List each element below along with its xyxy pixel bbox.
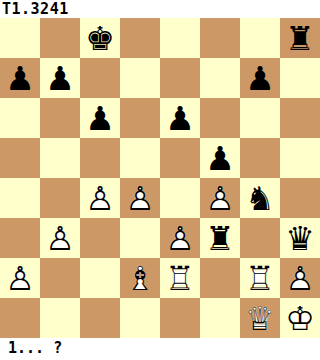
square-h7[interactable]: [280, 58, 320, 98]
square-g6[interactable]: [240, 98, 280, 138]
square-a1[interactable]: [0, 298, 40, 338]
chess-puzzle-app: T1.3241 ♚♜♟♟♟♟♟♟♟♙♟♙♟♙♞♟♙♟♙♜♛♟♙♝♗♜♖♜♖♟♙♛…: [0, 0, 320, 360]
square-d4[interactable]: ♟♙: [120, 178, 160, 218]
square-a3[interactable]: [0, 218, 40, 258]
square-d3[interactable]: [120, 218, 160, 258]
square-f5[interactable]: ♟: [200, 138, 240, 178]
piece-white-pawn: ♙: [80, 178, 120, 218]
piece-white-queen: ♕: [240, 298, 280, 338]
piece-white-king-fill: ♚: [280, 298, 320, 338]
square-h2[interactable]: ♟♙: [280, 258, 320, 298]
square-b8[interactable]: [40, 18, 80, 58]
square-a5[interactable]: [0, 138, 40, 178]
piece-white-pawn-fill: ♟: [0, 258, 40, 298]
piece-white-pawn-fill: ♟: [200, 178, 240, 218]
square-f7[interactable]: [200, 58, 240, 98]
square-c5[interactable]: [80, 138, 120, 178]
move-prompt: 1... ?: [8, 338, 62, 360]
square-g8[interactable]: [240, 18, 280, 58]
square-g1[interactable]: ♛♕: [240, 298, 280, 338]
piece-white-bishop: ♗: [120, 258, 160, 298]
chess-board: ♚♜♟♟♟♟♟♟♟♙♟♙♟♙♞♟♙♟♙♜♛♟♙♝♗♜♖♜♖♟♙♛♕♚♔: [0, 18, 320, 338]
square-e1[interactable]: [160, 298, 200, 338]
square-f2[interactable]: [200, 258, 240, 298]
square-g3[interactable]: [240, 218, 280, 258]
square-b1[interactable]: [40, 298, 80, 338]
square-a4[interactable]: [0, 178, 40, 218]
piece-white-rook-fill: ♜: [240, 258, 280, 298]
square-a6[interactable]: [0, 98, 40, 138]
piece-white-pawn-fill: ♟: [40, 218, 80, 258]
square-e4[interactable]: [160, 178, 200, 218]
square-h1[interactable]: ♚♔: [280, 298, 320, 338]
square-c1[interactable]: [80, 298, 120, 338]
square-h5[interactable]: [280, 138, 320, 178]
piece-black-pawn: ♟: [80, 98, 120, 138]
piece-white-pawn-fill: ♟: [160, 218, 200, 258]
square-g7[interactable]: ♟: [240, 58, 280, 98]
square-e7[interactable]: [160, 58, 200, 98]
square-g5[interactable]: [240, 138, 280, 178]
piece-white-rook: ♖: [160, 258, 200, 298]
square-d8[interactable]: [120, 18, 160, 58]
piece-white-pawn: ♙: [160, 218, 200, 258]
square-c7[interactable]: [80, 58, 120, 98]
piece-white-queen-fill: ♛: [240, 298, 280, 338]
square-f1[interactable]: [200, 298, 240, 338]
square-d2[interactable]: ♝♗: [120, 258, 160, 298]
square-c6[interactable]: ♟: [80, 98, 120, 138]
square-c8[interactable]: ♚: [80, 18, 120, 58]
square-g4[interactable]: ♞: [240, 178, 280, 218]
square-h3[interactable]: ♛: [280, 218, 320, 258]
piece-black-pawn: ♟: [200, 138, 240, 178]
piece-black-rook: ♜: [280, 18, 320, 58]
piece-black-rook: ♜: [200, 218, 240, 258]
piece-white-pawn: ♙: [120, 178, 160, 218]
puzzle-id-label: T1.3241: [2, 0, 69, 18]
square-h6[interactable]: [280, 98, 320, 138]
square-h8[interactable]: ♜: [280, 18, 320, 58]
piece-white-pawn: ♙: [0, 258, 40, 298]
square-d1[interactable]: [120, 298, 160, 338]
piece-black-king: ♚: [80, 18, 120, 58]
square-a7[interactable]: ♟: [0, 58, 40, 98]
square-b7[interactable]: ♟: [40, 58, 80, 98]
square-e8[interactable]: [160, 18, 200, 58]
piece-black-pawn: ♟: [160, 98, 200, 138]
square-e2[interactable]: ♜♖: [160, 258, 200, 298]
square-b6[interactable]: [40, 98, 80, 138]
piece-white-rook-fill: ♜: [160, 258, 200, 298]
square-f4[interactable]: ♟♙: [200, 178, 240, 218]
square-g2[interactable]: ♜♖: [240, 258, 280, 298]
square-f6[interactable]: [200, 98, 240, 138]
square-h4[interactable]: [280, 178, 320, 218]
piece-black-pawn: ♟: [40, 58, 80, 98]
piece-white-king: ♔: [280, 298, 320, 338]
square-b2[interactable]: [40, 258, 80, 298]
piece-white-pawn-fill: ♟: [280, 258, 320, 298]
square-f8[interactable]: [200, 18, 240, 58]
piece-white-rook: ♖: [240, 258, 280, 298]
square-a2[interactable]: ♟♙: [0, 258, 40, 298]
square-e3[interactable]: ♟♙: [160, 218, 200, 258]
piece-black-pawn: ♟: [0, 58, 40, 98]
piece-white-pawn-fill: ♟: [80, 178, 120, 218]
piece-white-pawn: ♙: [40, 218, 80, 258]
square-a8[interactable]: [0, 18, 40, 58]
piece-white-bishop-fill: ♝: [120, 258, 160, 298]
square-d5[interactable]: [120, 138, 160, 178]
piece-white-pawn: ♙: [200, 178, 240, 218]
square-b3[interactable]: ♟♙: [40, 218, 80, 258]
square-e5[interactable]: [160, 138, 200, 178]
square-b4[interactable]: [40, 178, 80, 218]
piece-white-pawn-fill: ♟: [120, 178, 160, 218]
square-c4[interactable]: ♟♙: [80, 178, 120, 218]
square-e6[interactable]: ♟: [160, 98, 200, 138]
square-b5[interactable]: [40, 138, 80, 178]
piece-black-pawn: ♟: [240, 58, 280, 98]
square-c3[interactable]: [80, 218, 120, 258]
piece-black-knight: ♞: [240, 178, 280, 218]
piece-white-pawn: ♙: [280, 258, 320, 298]
square-d7[interactable]: [120, 58, 160, 98]
square-f3[interactable]: ♜: [200, 218, 240, 258]
square-c2[interactable]: [80, 258, 120, 298]
square-d6[interactable]: [120, 98, 160, 138]
piece-black-queen: ♛: [280, 218, 320, 258]
